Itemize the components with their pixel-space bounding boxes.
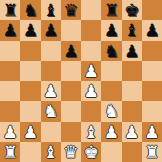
square-b4[interactable] <box>20 81 40 101</box>
black-king-g8[interactable]: ♚ <box>124 0 139 20</box>
white-pawn-b2[interactable]: ♟ <box>23 122 38 142</box>
square-b1[interactable] <box>20 142 40 162</box>
square-d4[interactable] <box>61 81 81 101</box>
white-pawn-c4[interactable]: ♟ <box>43 81 58 101</box>
square-a6[interactable] <box>0 41 20 61</box>
square-g7[interactable]: ♝ <box>122 20 142 40</box>
black-rook-f8[interactable]: ♜ <box>104 0 119 20</box>
square-c1[interactable]: ♝ <box>41 142 61 162</box>
square-f8[interactable]: ♜ <box>101 0 121 20</box>
square-e7[interactable] <box>81 20 101 40</box>
square-b2[interactable]: ♟ <box>20 122 40 142</box>
white-knight-c3[interactable]: ♞ <box>43 101 58 121</box>
square-h4[interactable] <box>142 81 162 101</box>
white-pawn-h2[interactable]: ♟ <box>144 122 159 142</box>
black-bishop-g7[interactable]: ♝ <box>124 20 139 40</box>
square-c3[interactable]: ♞ <box>41 101 61 121</box>
square-b3[interactable] <box>20 101 40 121</box>
square-f3[interactable]: ♞ <box>101 101 121 121</box>
square-b7[interactable]: ♟ <box>20 20 40 40</box>
square-c5[interactable] <box>41 61 61 81</box>
square-h7[interactable]: ♟ <box>142 20 162 40</box>
black-knight-b8[interactable]: ♞ <box>23 0 38 20</box>
black-pawn-f7[interactable]: ♟ <box>104 20 119 40</box>
square-f6[interactable]: ♞ <box>101 41 121 61</box>
square-h6[interactable] <box>142 41 162 61</box>
black-bishop-c8[interactable]: ♝ <box>43 0 58 20</box>
square-h5[interactable] <box>142 61 162 81</box>
white-pawn-a2[interactable]: ♟ <box>3 122 18 142</box>
white-pawn-g2[interactable]: ♟ <box>124 122 139 142</box>
black-pawn-c7[interactable]: ♟ <box>43 20 58 40</box>
square-a4[interactable] <box>0 81 20 101</box>
square-a3[interactable] <box>0 101 20 121</box>
black-pawn-h7[interactable]: ♟ <box>144 20 159 40</box>
square-g2[interactable]: ♟ <box>122 122 142 142</box>
square-b5[interactable] <box>20 61 40 81</box>
square-b8[interactable]: ♞ <box>20 0 40 20</box>
white-bishop-c1[interactable]: ♝ <box>43 142 58 162</box>
black-pawn-a7[interactable]: ♟ <box>3 20 18 40</box>
square-e6[interactable] <box>81 41 101 61</box>
square-a2[interactable]: ♟ <box>0 122 20 142</box>
square-e8[interactable] <box>81 0 101 20</box>
square-g4[interactable] <box>122 81 142 101</box>
square-g3[interactable] <box>122 101 142 121</box>
square-c7[interactable]: ♟ <box>41 20 61 40</box>
square-g5[interactable] <box>122 61 142 81</box>
white-rook-a1[interactable]: ♜ <box>3 142 18 162</box>
white-king-e1[interactable]: ♚ <box>84 142 99 162</box>
square-c2[interactable] <box>41 122 61 142</box>
black-pawn-g6[interactable]: ♟ <box>124 41 139 61</box>
square-d1[interactable]: ♛ <box>61 142 81 162</box>
white-queen-d1[interactable]: ♛ <box>63 142 78 162</box>
square-f2[interactable]: ♟ <box>101 122 121 142</box>
black-pawn-d6[interactable]: ♟ <box>63 41 78 61</box>
square-e3[interactable] <box>81 101 101 121</box>
square-g1[interactable] <box>122 142 142 162</box>
square-d8[interactable]: ♛ <box>61 0 81 20</box>
square-d2[interactable] <box>61 122 81 142</box>
square-a8[interactable]: ♜ <box>0 0 20 20</box>
square-f5[interactable] <box>101 61 121 81</box>
square-c6[interactable] <box>41 41 61 61</box>
square-e1[interactable]: ♚ <box>81 142 101 162</box>
white-pawn-e5[interactable]: ♟ <box>84 61 99 81</box>
square-c8[interactable]: ♝ <box>41 0 61 20</box>
chess-board: ♜♞♝♛♜♚♟♟♟♟♝♟♟♞♟♟♟♟♞♞♟♟♝♟♟♟♜♝♛♚♜ <box>0 0 162 162</box>
black-queen-d8[interactable]: ♛ <box>63 0 78 20</box>
black-knight-f6[interactable]: ♞ <box>104 41 119 61</box>
square-f7[interactable]: ♟ <box>101 20 121 40</box>
black-rook-a8[interactable]: ♜ <box>3 0 18 20</box>
white-pawn-e4[interactable]: ♟ <box>84 81 99 101</box>
square-b6[interactable] <box>20 41 40 61</box>
white-rook-h1[interactable]: ♜ <box>144 142 159 162</box>
white-pawn-f2[interactable]: ♟ <box>104 122 119 142</box>
square-h8[interactable] <box>142 0 162 20</box>
square-e5[interactable]: ♟ <box>81 61 101 81</box>
square-f1[interactable] <box>101 142 121 162</box>
square-h1[interactable]: ♜ <box>142 142 162 162</box>
square-g6[interactable]: ♟ <box>122 41 142 61</box>
square-a7[interactable]: ♟ <box>0 20 20 40</box>
square-f4[interactable] <box>101 81 121 101</box>
square-d3[interactable] <box>61 101 81 121</box>
white-bishop-e2[interactable]: ♝ <box>84 122 99 142</box>
square-h3[interactable] <box>142 101 162 121</box>
square-d5[interactable] <box>61 61 81 81</box>
square-h2[interactable]: ♟ <box>142 122 162 142</box>
square-c4[interactable]: ♟ <box>41 81 61 101</box>
square-a1[interactable]: ♜ <box>0 142 20 162</box>
black-pawn-b7[interactable]: ♟ <box>23 20 38 40</box>
white-knight-f3[interactable]: ♞ <box>104 101 119 121</box>
square-g8[interactable]: ♚ <box>122 0 142 20</box>
square-a5[interactable] <box>0 61 20 81</box>
square-d6[interactable]: ♟ <box>61 41 81 61</box>
square-d7[interactable] <box>61 20 81 40</box>
square-e2[interactable]: ♝ <box>81 122 101 142</box>
square-e4[interactable]: ♟ <box>81 81 101 101</box>
